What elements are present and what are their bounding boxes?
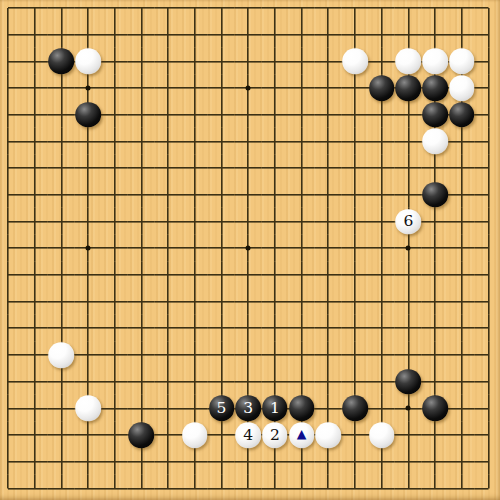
intersection-S3[interactable] [448,422,475,449]
intersection-B15[interactable] [21,101,48,128]
intersection-J19[interactable] [208,0,235,21]
intersection-F9[interactable] [128,262,155,289]
intersection-A10[interactable] [0,235,21,262]
intersection-D2[interactable] [75,448,102,475]
intersection-C3[interactable] [48,422,75,449]
intersection-E12[interactable] [101,181,128,208]
intersection-P11[interactable] [368,208,395,235]
intersection-P17[interactable] [368,48,395,75]
intersection-F8[interactable] [128,288,155,315]
intersection-R2[interactable] [422,448,449,475]
intersection-A12[interactable] [0,181,21,208]
intersection-B1[interactable] [21,475,48,500]
intersection-L12[interactable] [262,181,289,208]
intersection-R14[interactable] [422,128,449,155]
intersection-O16[interactable] [342,75,369,102]
intersection-T14[interactable] [475,128,500,155]
intersection-F19[interactable] [128,0,155,21]
intersection-N16[interactable] [315,75,342,102]
intersection-J16[interactable] [208,75,235,102]
intersection-D1[interactable] [75,475,102,500]
intersection-D15[interactable] [75,101,102,128]
intersection-K15[interactable] [235,101,262,128]
intersection-M11[interactable] [288,208,315,235]
intersection-C12[interactable] [48,181,75,208]
intersection-A8[interactable] [0,288,21,315]
intersection-L14[interactable] [262,128,289,155]
intersection-D18[interactable] [75,21,102,48]
intersection-D16[interactable] [75,75,102,102]
intersection-M10[interactable] [288,235,315,262]
intersection-T8[interactable] [475,288,500,315]
intersection-P2[interactable] [368,448,395,475]
intersection-K19[interactable] [235,0,262,21]
intersection-G3[interactable] [155,422,182,449]
intersection-A4[interactable] [0,395,21,422]
intersection-T3[interactable] [475,422,500,449]
intersection-Q18[interactable] [395,21,422,48]
intersection-E19[interactable] [101,0,128,21]
intersection-M5[interactable] [288,368,315,395]
intersection-O4[interactable] [342,395,369,422]
intersection-T5[interactable] [475,368,500,395]
intersection-N7[interactable] [315,315,342,342]
intersection-O10[interactable] [342,235,369,262]
intersection-S2[interactable] [448,448,475,475]
intersection-K3[interactable]: 4 [235,422,262,449]
intersection-B16[interactable] [21,75,48,102]
intersection-K4[interactable]: 3 [235,395,262,422]
intersection-G17[interactable] [155,48,182,75]
intersection-K6[interactable] [235,342,262,369]
intersection-A15[interactable] [0,101,21,128]
intersection-F11[interactable] [128,208,155,235]
intersection-B10[interactable] [21,235,48,262]
intersection-C15[interactable] [48,101,75,128]
intersection-F12[interactable] [128,181,155,208]
intersection-H13[interactable] [181,155,208,182]
intersection-M4[interactable] [288,395,315,422]
intersection-O15[interactable] [342,101,369,128]
intersection-L10[interactable] [262,235,289,262]
intersection-S15[interactable] [448,101,475,128]
intersection-J10[interactable] [208,235,235,262]
intersection-C5[interactable] [48,368,75,395]
intersection-A14[interactable] [0,128,21,155]
intersection-J4[interactable]: 5 [208,395,235,422]
intersection-B6[interactable] [21,342,48,369]
intersection-T17[interactable] [475,48,500,75]
intersection-B9[interactable] [21,262,48,289]
intersection-M16[interactable] [288,75,315,102]
intersection-F3[interactable] [128,422,155,449]
intersection-D5[interactable] [75,368,102,395]
intersection-J1[interactable] [208,475,235,500]
intersection-A16[interactable] [0,75,21,102]
intersection-B8[interactable] [21,288,48,315]
intersection-M15[interactable] [288,101,315,128]
intersection-H4[interactable] [181,395,208,422]
intersection-G5[interactable] [155,368,182,395]
intersection-D3[interactable] [75,422,102,449]
intersection-A5[interactable] [0,368,21,395]
intersection-J2[interactable] [208,448,235,475]
intersection-R19[interactable] [422,0,449,21]
intersection-G13[interactable] [155,155,182,182]
intersection-O12[interactable] [342,181,369,208]
intersection-S4[interactable] [448,395,475,422]
intersection-P13[interactable] [368,155,395,182]
intersection-G16[interactable] [155,75,182,102]
intersection-E10[interactable] [101,235,128,262]
intersection-G15[interactable] [155,101,182,128]
intersection-Q11[interactable]: 6 [395,208,422,235]
intersection-D8[interactable] [75,288,102,315]
intersection-R1[interactable] [422,475,449,500]
intersection-A1[interactable] [0,475,21,500]
intersection-T19[interactable] [475,0,500,21]
intersection-T1[interactable] [475,475,500,500]
intersection-P19[interactable] [368,0,395,21]
intersection-K9[interactable] [235,262,262,289]
intersection-H11[interactable] [181,208,208,235]
intersection-F7[interactable] [128,315,155,342]
intersection-G6[interactable] [155,342,182,369]
intersection-F6[interactable] [128,342,155,369]
intersection-J11[interactable] [208,208,235,235]
intersection-H15[interactable] [181,101,208,128]
intersection-L5[interactable] [262,368,289,395]
intersection-G10[interactable] [155,235,182,262]
intersection-S5[interactable] [448,368,475,395]
intersection-F4[interactable] [128,395,155,422]
intersection-F2[interactable] [128,448,155,475]
intersection-E7[interactable] [101,315,128,342]
intersection-C7[interactable] [48,315,75,342]
intersection-T12[interactable] [475,181,500,208]
intersection-K12[interactable] [235,181,262,208]
intersection-F15[interactable] [128,101,155,128]
intersection-N10[interactable] [315,235,342,262]
intersection-A9[interactable] [0,262,21,289]
intersection-S10[interactable] [448,235,475,262]
intersection-A19[interactable] [0,0,21,21]
intersection-H9[interactable] [181,262,208,289]
intersection-M1[interactable] [288,475,315,500]
intersection-C4[interactable] [48,395,75,422]
intersection-S14[interactable] [448,128,475,155]
intersection-H2[interactable] [181,448,208,475]
intersection-E15[interactable] [101,101,128,128]
intersection-F14[interactable] [128,128,155,155]
intersection-K8[interactable] [235,288,262,315]
intersection-M13[interactable] [288,155,315,182]
intersection-S12[interactable] [448,181,475,208]
intersection-C19[interactable] [48,0,75,21]
intersection-O18[interactable] [342,21,369,48]
intersection-M19[interactable] [288,0,315,21]
intersection-N1[interactable] [315,475,342,500]
intersection-O14[interactable] [342,128,369,155]
intersection-E4[interactable] [101,395,128,422]
intersection-K11[interactable] [235,208,262,235]
intersection-C6[interactable] [48,342,75,369]
intersection-D4[interactable] [75,395,102,422]
intersection-M18[interactable] [288,21,315,48]
intersection-H12[interactable] [181,181,208,208]
intersection-Q2[interactable] [395,448,422,475]
intersection-D10[interactable] [75,235,102,262]
intersection-M14[interactable] [288,128,315,155]
intersection-L4[interactable]: 1 [262,395,289,422]
intersection-N14[interactable] [315,128,342,155]
intersection-D12[interactable] [75,181,102,208]
intersection-P4[interactable] [368,395,395,422]
intersection-R17[interactable] [422,48,449,75]
intersection-F16[interactable] [128,75,155,102]
intersection-R4[interactable] [422,395,449,422]
intersection-K16[interactable] [235,75,262,102]
intersection-L9[interactable] [262,262,289,289]
intersection-P10[interactable] [368,235,395,262]
intersection-R15[interactable] [422,101,449,128]
intersection-P15[interactable] [368,101,395,128]
intersection-B7[interactable] [21,315,48,342]
intersection-H18[interactable] [181,21,208,48]
intersection-G1[interactable] [155,475,182,500]
intersection-R5[interactable] [422,368,449,395]
intersection-J12[interactable] [208,181,235,208]
intersection-K2[interactable] [235,448,262,475]
intersection-L3[interactable]: 2 [262,422,289,449]
intersection-E11[interactable] [101,208,128,235]
intersection-P8[interactable] [368,288,395,315]
intersection-L2[interactable] [262,448,289,475]
intersection-K14[interactable] [235,128,262,155]
intersection-R16[interactable] [422,75,449,102]
intersection-T9[interactable] [475,262,500,289]
intersection-T16[interactable] [475,75,500,102]
intersection-N5[interactable] [315,368,342,395]
intersection-B4[interactable] [21,395,48,422]
intersection-R3[interactable] [422,422,449,449]
intersection-O11[interactable] [342,208,369,235]
intersection-E6[interactable] [101,342,128,369]
intersection-D19[interactable] [75,0,102,21]
intersection-B2[interactable] [21,448,48,475]
intersection-Q6[interactable] [395,342,422,369]
intersection-N19[interactable] [315,0,342,21]
intersection-M7[interactable] [288,315,315,342]
intersection-T13[interactable] [475,155,500,182]
intersection-J15[interactable] [208,101,235,128]
intersection-J8[interactable] [208,288,235,315]
intersection-S16[interactable] [448,75,475,102]
intersection-H8[interactable] [181,288,208,315]
intersection-O5[interactable] [342,368,369,395]
intersection-F5[interactable] [128,368,155,395]
intersection-F13[interactable] [128,155,155,182]
intersection-M9[interactable] [288,262,315,289]
intersection-T7[interactable] [475,315,500,342]
intersection-Q5[interactable] [395,368,422,395]
intersection-B12[interactable] [21,181,48,208]
intersection-K10[interactable] [235,235,262,262]
intersection-N4[interactable] [315,395,342,422]
intersection-Q1[interactable] [395,475,422,500]
intersection-B18[interactable] [21,21,48,48]
intersection-Q15[interactable] [395,101,422,128]
intersection-E17[interactable] [101,48,128,75]
intersection-B17[interactable] [21,48,48,75]
intersection-G12[interactable] [155,181,182,208]
intersection-N2[interactable] [315,448,342,475]
intersection-S13[interactable] [448,155,475,182]
intersection-O1[interactable] [342,475,369,500]
intersection-R13[interactable] [422,155,449,182]
intersection-S8[interactable] [448,288,475,315]
intersection-N15[interactable] [315,101,342,128]
intersection-L1[interactable] [262,475,289,500]
intersection-P5[interactable] [368,368,395,395]
intersection-C18[interactable] [48,21,75,48]
intersection-G19[interactable] [155,0,182,21]
intersection-P3[interactable] [368,422,395,449]
intersection-P14[interactable] [368,128,395,155]
intersection-Q8[interactable] [395,288,422,315]
intersection-A2[interactable] [0,448,21,475]
intersection-J5[interactable] [208,368,235,395]
intersection-R6[interactable] [422,342,449,369]
intersection-C10[interactable] [48,235,75,262]
intersection-D13[interactable] [75,155,102,182]
intersection-S1[interactable] [448,475,475,500]
intersection-L15[interactable] [262,101,289,128]
intersection-K13[interactable] [235,155,262,182]
intersection-H1[interactable] [181,475,208,500]
intersection-L13[interactable] [262,155,289,182]
intersection-B3[interactable] [21,422,48,449]
intersection-B13[interactable] [21,155,48,182]
intersection-Q9[interactable] [395,262,422,289]
intersection-E5[interactable] [101,368,128,395]
intersection-J18[interactable] [208,21,235,48]
intersection-J14[interactable] [208,128,235,155]
intersection-L8[interactable] [262,288,289,315]
intersection-O2[interactable] [342,448,369,475]
intersection-N17[interactable] [315,48,342,75]
intersection-C11[interactable] [48,208,75,235]
intersection-C16[interactable] [48,75,75,102]
intersection-H14[interactable] [181,128,208,155]
intersection-A13[interactable] [0,155,21,182]
intersection-C2[interactable] [48,448,75,475]
intersection-F17[interactable] [128,48,155,75]
intersection-H19[interactable] [181,0,208,21]
intersection-F18[interactable] [128,21,155,48]
intersection-E16[interactable] [101,75,128,102]
intersection-E3[interactable] [101,422,128,449]
intersection-K7[interactable] [235,315,262,342]
intersection-O17[interactable] [342,48,369,75]
intersection-N3[interactable] [315,422,342,449]
intersection-S11[interactable] [448,208,475,235]
intersection-N11[interactable] [315,208,342,235]
intersection-D14[interactable] [75,128,102,155]
intersection-Q16[interactable] [395,75,422,102]
intersection-H7[interactable] [181,315,208,342]
intersection-L7[interactable] [262,315,289,342]
intersection-D11[interactable] [75,208,102,235]
intersection-C13[interactable] [48,155,75,182]
intersection-Q4[interactable] [395,395,422,422]
intersection-O7[interactable] [342,315,369,342]
intersection-T18[interactable] [475,21,500,48]
intersection-K17[interactable] [235,48,262,75]
intersection-B11[interactable] [21,208,48,235]
intersection-D9[interactable] [75,262,102,289]
intersection-H10[interactable] [181,235,208,262]
intersection-K5[interactable] [235,368,262,395]
intersection-S7[interactable] [448,315,475,342]
intersection-P16[interactable] [368,75,395,102]
intersection-M6[interactable] [288,342,315,369]
intersection-O3[interactable] [342,422,369,449]
intersection-S6[interactable] [448,342,475,369]
intersection-A18[interactable] [0,21,21,48]
intersection-Q13[interactable] [395,155,422,182]
intersection-S18[interactable] [448,21,475,48]
intersection-A3[interactable] [0,422,21,449]
intersection-Q14[interactable] [395,128,422,155]
intersection-F1[interactable] [128,475,155,500]
intersection-R10[interactable] [422,235,449,262]
intersection-E9[interactable] [101,262,128,289]
intersection-D6[interactable] [75,342,102,369]
intersection-M2[interactable] [288,448,315,475]
intersection-G4[interactable] [155,395,182,422]
intersection-E18[interactable] [101,21,128,48]
intersection-N12[interactable] [315,181,342,208]
intersection-D7[interactable] [75,315,102,342]
intersection-R18[interactable] [422,21,449,48]
intersection-G9[interactable] [155,262,182,289]
intersection-H6[interactable] [181,342,208,369]
intersection-P18[interactable] [368,21,395,48]
intersection-M8[interactable] [288,288,315,315]
intersection-H5[interactable] [181,368,208,395]
intersection-T2[interactable] [475,448,500,475]
intersection-Q3[interactable] [395,422,422,449]
intersection-H17[interactable] [181,48,208,75]
intersection-P9[interactable] [368,262,395,289]
intersection-L18[interactable] [262,21,289,48]
intersection-Q7[interactable] [395,315,422,342]
intersection-C14[interactable] [48,128,75,155]
intersection-Q12[interactable] [395,181,422,208]
intersection-T10[interactable] [475,235,500,262]
intersection-G8[interactable] [155,288,182,315]
intersection-L17[interactable] [262,48,289,75]
intersection-Q17[interactable] [395,48,422,75]
intersection-H16[interactable] [181,75,208,102]
intersection-J7[interactable] [208,315,235,342]
intersection-Q19[interactable] [395,0,422,21]
intersection-L16[interactable] [262,75,289,102]
intersection-C9[interactable] [48,262,75,289]
intersection-C8[interactable] [48,288,75,315]
intersection-A7[interactable] [0,315,21,342]
